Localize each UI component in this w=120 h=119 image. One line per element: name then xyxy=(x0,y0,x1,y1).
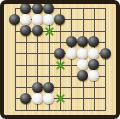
black-stone xyxy=(32,3,43,14)
black-stone xyxy=(20,93,31,104)
white-stone xyxy=(32,14,43,25)
x-marker-icon xyxy=(56,61,65,70)
white-stone xyxy=(32,93,43,104)
white-stone xyxy=(77,48,88,59)
black-stone xyxy=(54,14,65,25)
black-stone xyxy=(88,59,99,70)
black-stone xyxy=(20,3,31,14)
black-stone xyxy=(32,25,43,36)
black-stone xyxy=(77,70,88,81)
black-stone xyxy=(66,36,77,47)
white-stone xyxy=(66,48,77,59)
white-stone xyxy=(43,14,54,25)
black-stone xyxy=(77,36,88,47)
board-surface xyxy=(4,4,116,115)
x-marker-icon xyxy=(45,27,54,36)
white-stone xyxy=(88,70,99,81)
black-stone xyxy=(43,82,54,93)
grid-line-vertical xyxy=(71,8,72,111)
black-stone xyxy=(20,25,31,36)
black-stone xyxy=(88,36,99,47)
black-stone xyxy=(43,3,54,14)
white-stone xyxy=(20,14,31,25)
black-stone xyxy=(32,82,43,93)
grid-line-horizontal xyxy=(15,87,107,88)
white-stone xyxy=(88,48,99,59)
white-stone xyxy=(43,93,54,104)
white-stone xyxy=(77,59,88,70)
black-stone xyxy=(100,48,111,59)
grid-line-vertical xyxy=(105,8,106,111)
black-stone xyxy=(9,14,20,25)
go-board[interactable] xyxy=(0,0,120,119)
x-marker-icon xyxy=(56,94,65,103)
black-stone xyxy=(54,48,65,59)
grid-line-horizontal xyxy=(15,110,107,111)
